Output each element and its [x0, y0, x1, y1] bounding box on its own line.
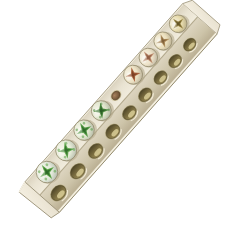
product-photo-svg — [0, 0, 228, 228]
product-photo — [0, 0, 228, 228]
